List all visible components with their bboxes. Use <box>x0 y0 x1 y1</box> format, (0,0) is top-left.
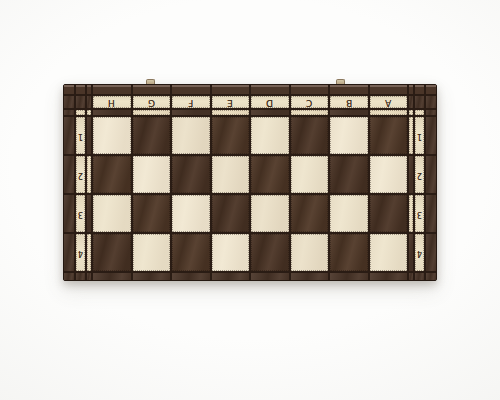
frame-cell <box>64 117 74 154</box>
rank-label: 4 <box>76 234 85 271</box>
accent-strip <box>370 110 408 115</box>
file-label-text: F <box>188 98 193 107</box>
frame-cell <box>212 273 250 280</box>
accent-strip <box>87 195 91 232</box>
rank-label-text: 4 <box>417 249 422 257</box>
file-label: F <box>172 96 210 108</box>
file-label: G <box>133 96 171 108</box>
board-square <box>133 156 171 193</box>
board-square <box>251 117 289 154</box>
file-label-text: H <box>108 98 115 107</box>
frame-cell <box>64 273 74 280</box>
board-square <box>370 195 408 232</box>
frame-cell <box>133 85 171 94</box>
accent-strip <box>409 156 413 193</box>
file-label-text: A <box>385 98 391 107</box>
board-square <box>291 234 329 271</box>
frame-cell <box>426 195 436 232</box>
frame-cell <box>64 96 74 108</box>
board-square <box>291 195 329 232</box>
board-square <box>212 156 250 193</box>
accent-strip <box>93 110 131 115</box>
board-square <box>291 117 329 154</box>
board-square <box>172 234 210 271</box>
file-label-text: B <box>346 98 352 107</box>
rank-label: 2 <box>76 156 85 193</box>
frame-cell <box>93 273 131 280</box>
board-square <box>330 156 368 193</box>
board-square <box>133 117 171 154</box>
rank-label: 3 <box>415 195 424 232</box>
board-square <box>370 117 408 154</box>
frame-cell <box>330 273 368 280</box>
accent-strip <box>409 195 413 232</box>
frame-cell <box>330 85 368 94</box>
rank-label-text: 3 <box>417 210 422 218</box>
frame-cell <box>64 110 74 115</box>
accent-strip <box>87 234 91 271</box>
frame-cell <box>64 195 74 232</box>
board-square <box>251 156 289 193</box>
board-square <box>93 195 131 232</box>
accent-strip <box>133 110 171 115</box>
rank-label-text: 2 <box>417 171 422 179</box>
frame-cell <box>64 85 74 94</box>
rank-label-text: 1 <box>78 132 83 140</box>
rank-label-text: 3 <box>78 210 83 218</box>
frame-cell <box>426 234 436 271</box>
board-square <box>330 195 368 232</box>
board-square <box>251 234 289 271</box>
frame-cell <box>76 85 85 94</box>
file-label: D <box>251 96 289 108</box>
board-square <box>291 156 329 193</box>
file-label: E <box>212 96 250 108</box>
frame-cell <box>426 273 436 280</box>
frame-cell <box>64 234 74 271</box>
frame-cell <box>93 85 131 94</box>
board-square <box>172 117 210 154</box>
board-square <box>370 156 408 193</box>
file-label-text: C <box>306 98 312 107</box>
accent-strip <box>409 234 413 271</box>
frame-cell <box>87 273 91 280</box>
file-label-text: E <box>227 98 233 107</box>
accent-strip <box>330 110 368 115</box>
board-square <box>133 195 171 232</box>
file-label-text: G <box>148 98 155 107</box>
frame-cell <box>370 85 408 94</box>
accent-strip <box>87 117 91 154</box>
rank-label: 3 <box>76 195 85 232</box>
board-square <box>93 156 131 193</box>
board-square <box>172 156 210 193</box>
board-square <box>330 234 368 271</box>
rank-label: 1 <box>415 117 424 154</box>
rank-label: 4 <box>415 234 424 271</box>
board-square <box>330 117 368 154</box>
rank-label-text: 2 <box>78 171 83 179</box>
product-photo: HGFEDCBA11223344 <box>0 0 500 400</box>
frame-cell <box>426 156 436 193</box>
accent-strip <box>87 110 91 115</box>
frame-cell <box>426 85 436 94</box>
board-square <box>251 195 289 232</box>
frame-cell <box>291 85 329 94</box>
accent-strip <box>87 156 91 193</box>
file-label: A <box>370 96 408 108</box>
frame-cell <box>409 96 413 108</box>
file-label: H <box>93 96 131 108</box>
frame-cell <box>87 85 91 94</box>
frame-cell <box>133 273 171 280</box>
frame-cell <box>251 273 289 280</box>
board-square <box>93 234 131 271</box>
accent-strip <box>212 110 250 115</box>
accent-strip <box>251 110 289 115</box>
frame-cell <box>415 273 424 280</box>
rank-label: 1 <box>76 117 85 154</box>
frame-cell <box>87 96 91 108</box>
accent-strip <box>415 110 424 115</box>
accent-strip <box>409 110 413 115</box>
board-square <box>172 195 210 232</box>
frame-cell <box>64 156 74 193</box>
file-label: B <box>330 96 368 108</box>
file-label-text: D <box>266 98 273 107</box>
accent-strip <box>76 110 85 115</box>
board-square <box>370 234 408 271</box>
board-square <box>133 234 171 271</box>
frame-cell <box>415 96 424 108</box>
frame-cell <box>251 85 289 94</box>
board-square <box>93 117 131 154</box>
frame-cell <box>212 85 250 94</box>
rank-label-text: 4 <box>78 249 83 257</box>
frame-cell <box>291 273 329 280</box>
frame-cell <box>409 273 413 280</box>
frame-cell <box>76 96 85 108</box>
file-label: C <box>291 96 329 108</box>
frame-cell <box>172 85 210 94</box>
frame-cell <box>172 273 210 280</box>
board-square <box>212 195 250 232</box>
chessboard: HGFEDCBA11223344 <box>63 84 437 281</box>
frame-cell <box>415 85 424 94</box>
rank-label: 2 <box>415 156 424 193</box>
accent-strip <box>409 117 413 154</box>
board-square <box>212 117 250 154</box>
board-square <box>212 234 250 271</box>
accent-strip <box>291 110 329 115</box>
frame-cell <box>76 273 85 280</box>
rank-label-text: 1 <box>417 132 422 140</box>
frame-cell <box>426 110 436 115</box>
accent-strip <box>172 110 210 115</box>
frame-cell <box>426 96 436 108</box>
frame-cell <box>370 273 408 280</box>
frame-cell <box>409 85 413 94</box>
frame-cell <box>426 117 436 154</box>
